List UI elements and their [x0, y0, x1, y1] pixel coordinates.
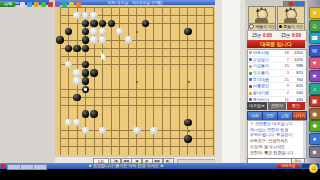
user-list-row[interactable]: 끝내기왕2540 — [248, 90, 306, 97]
black-stone[interactable] — [82, 69, 89, 76]
white-clock: 15분 0:00 — [248, 31, 276, 40]
music-icon[interactable]: ♪ — [309, 83, 320, 95]
user-name: 바둑사랑 — [253, 50, 279, 56]
user-wins: 2 — [279, 90, 289, 96]
messenger-smiley-icon[interactable]: ☺ — [309, 164, 318, 173]
black-stone[interactable] — [90, 20, 97, 27]
black-stone[interactable] — [108, 20, 115, 27]
chat-line: 관전자: 좋은 한판입니다 — [248, 150, 306, 156]
user-rank-icon — [249, 92, 252, 95]
smile-icon[interactable]: ☺ — [309, 20, 320, 32]
user-rank-icon — [249, 98, 252, 101]
status-segment[interactable] — [33, 164, 47, 170]
window-gap — [215, 0, 245, 163]
target-icon[interactable]: ◉ — [309, 108, 320, 120]
black-stone[interactable] — [56, 36, 63, 43]
user-list-row[interactable]: 포석대왕21760 — [248, 77, 306, 84]
panel-tabs: 대국정보관전자중단 — [247, 102, 305, 110]
last-move-marker — [84, 88, 87, 91]
star-point — [188, 130, 190, 132]
taskbar-app-icon[interactable] — [69, 2, 74, 7]
user-list-row[interactable]: 수담일기71205 — [248, 57, 306, 64]
user-rank-icon — [249, 72, 252, 75]
user-name: 묘수풀이 — [253, 70, 279, 76]
user-rating: 760 — [289, 77, 303, 83]
taskbar-app-icon[interactable] — [34, 2, 39, 7]
black-stone-icon — [279, 25, 282, 28]
taskbar-app-icon[interactable] — [76, 2, 81, 7]
user-rating: 655 — [289, 83, 303, 89]
user-name: 끝내기왕 — [253, 90, 279, 96]
white-stone[interactable] — [73, 77, 80, 84]
black-stone[interactable] — [82, 77, 89, 84]
taskbar-app-icon[interactable] — [48, 2, 53, 7]
black-stone[interactable] — [65, 45, 72, 52]
status-banner: 대국중 입니다 — [247, 40, 305, 48]
black-clock: 15분 0:00 — [277, 31, 305, 40]
chat-panel[interactable]: ※ 관전중인 대국입니다.매너있는 관전과 응원부탁드립니다. 욕설금지!바둑친… — [247, 120, 307, 159]
status-app-icon — [1, 164, 5, 168]
background-window: S-Monitor — [0, 0, 55, 163]
taskbar-app-icon[interactable] — [20, 2, 25, 7]
user-wins: 18 — [279, 50, 289, 56]
black-stone[interactable] — [184, 135, 191, 142]
user-wins: 7 — [279, 57, 289, 63]
start-button[interactable]: 시작 — [0, 1, 16, 8]
taskbar-app-icon[interactable] — [27, 2, 32, 7]
tab-info[interactable]: 대국정보 — [247, 102, 267, 110]
star-point — [188, 81, 190, 83]
user-rating: 1205 — [289, 57, 303, 63]
mail-icon[interactable]: ✉ — [309, 45, 320, 57]
user-rank-icon — [249, 65, 252, 68]
white-stone[interactable] — [99, 36, 106, 43]
tv-icon[interactable]: ▣ — [309, 95, 320, 107]
user-rank-icon — [249, 85, 252, 88]
phone-icon[interactable]: ☎ — [309, 32, 320, 44]
user-rank-icon — [249, 51, 252, 54]
board-window: 바둑 대국실 - 제1대국실 (19줄) — [55, 0, 215, 156]
go-board[interactable] — [55, 5, 215, 156]
user-list-row[interactable]: 묘수풀이3870 — [248, 70, 306, 77]
taskbar-app-icon[interactable] — [41, 2, 46, 7]
black-stone[interactable] — [73, 45, 80, 52]
screen: S-Monitor 바둑 대국실 - 제1대국실 (19줄) 145 |◀◀◀◀… — [0, 0, 320, 180]
game-info-panel: 백돌이 5단 흑돌이 5단 15분 0:00 15분 0:00 대국중 입니다 … — [245, 0, 307, 163]
white-stone-icon — [249, 24, 254, 29]
black-stone[interactable] — [82, 110, 89, 117]
chat-messages: ※ 관전중인 대국입니다.매너있는 관전과 응원부탁드립니다. 욕설금지!바둑친… — [248, 121, 306, 156]
heart-icon[interactable]: ♥ — [309, 57, 320, 69]
status-bar: ★ 환영합니다! 즐거운 바둑 한판 되세요 ★ 대국종료 — [0, 163, 320, 169]
star-icon[interactable]: ★ — [309, 70, 320, 82]
window-gap-panel — [222, 0, 240, 163]
user-list-row[interactable]: 사활명인9655 — [248, 83, 306, 90]
diamond-icon[interactable]: ♦ — [309, 133, 320, 145]
white-stone[interactable] — [73, 69, 80, 76]
user-wins: 15 — [279, 63, 289, 69]
user-name: 사활명인 — [253, 83, 279, 89]
black-stone[interactable] — [90, 69, 97, 76]
status-marquee: ★ 환영합니다! 즐거운 바둑 한판 되세요 ★ — [88, 163, 164, 169]
black-stone[interactable] — [184, 119, 191, 126]
star-point — [136, 81, 138, 83]
white-stone[interactable] — [73, 12, 80, 19]
black-stone[interactable] — [73, 94, 80, 101]
black-stone[interactable] — [90, 110, 97, 117]
tab-stop[interactable]: 중단 — [287, 102, 305, 110]
user-wins: 21 — [279, 77, 289, 83]
white-stone[interactable] — [133, 127, 140, 134]
white-stone[interactable] — [90, 36, 97, 43]
user-name: 수담일기 — [253, 57, 279, 63]
user-rating: 1350 — [289, 50, 303, 56]
user-list[interactable]: 바둑사랑181350수담일기71205기성돌이15988묘수풀이3870포석대왕… — [247, 49, 307, 103]
taskbar-app-icon[interactable] — [62, 2, 67, 7]
white-stone[interactable] — [73, 119, 80, 126]
white-stone[interactable] — [150, 127, 157, 134]
status-segment[interactable] — [20, 164, 34, 170]
side-icon-bar: ☀☺☎✉♥★♪▣◉✚♦■ — [307, 0, 320, 163]
user-wins: 3 — [279, 70, 289, 76]
plus-icon[interactable]: ✚ — [309, 120, 320, 132]
user-wins: 9 — [279, 83, 289, 89]
end-game-button[interactable]: 대국종료 — [277, 164, 300, 169]
user-rank-icon — [249, 58, 252, 61]
user-rating: 870 — [289, 70, 303, 76]
white-stone[interactable] — [90, 12, 97, 19]
black-stone[interactable] — [82, 36, 89, 43]
user-rank-icon — [249, 78, 252, 81]
user-name: 포석대왕 — [253, 77, 279, 83]
taskbar-app-icon[interactable] — [55, 2, 60, 7]
user-name: 기성돌이 — [253, 63, 279, 69]
chat-scrollbar[interactable] — [303, 121, 306, 158]
action-buttons: 대화관전신청나가기 — [247, 111, 305, 119]
tab-watchers[interactable]: 관전자 — [268, 102, 286, 110]
star-point — [136, 31, 138, 33]
status-segment[interactable] — [7, 164, 21, 170]
user-rating: 540 — [289, 90, 303, 96]
user-rating: 988 — [289, 63, 303, 69]
user-list-row[interactable]: 기성돌이15988 — [248, 63, 306, 70]
box-icon[interactable]: ■ — [309, 146, 320, 158]
user-list-row[interactable]: 바둑사랑181350 — [248, 50, 306, 57]
lamp-icon[interactable]: ☀ — [309, 7, 320, 19]
white-stone[interactable] — [125, 36, 132, 43]
